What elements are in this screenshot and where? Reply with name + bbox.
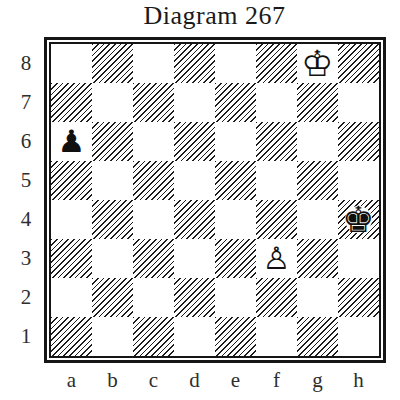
square-g8: ♔ (297, 44, 338, 83)
piece-black-king: ♚ (340, 201, 377, 238)
square-f7 (256, 83, 297, 122)
square-d4 (174, 200, 215, 239)
square-e6 (215, 122, 256, 161)
square-e3 (215, 239, 256, 278)
square-f2 (256, 278, 297, 317)
square-h3 (338, 239, 379, 278)
square-g5 (297, 161, 338, 200)
file-label-g: g (297, 366, 338, 394)
square-h4: ♚ (338, 200, 379, 239)
square-f3: ♙ (256, 239, 297, 278)
file-label-f: f (256, 366, 297, 394)
square-f1 (256, 317, 297, 356)
square-a4 (51, 200, 92, 239)
square-c4 (133, 200, 174, 239)
square-c3 (133, 239, 174, 278)
square-b2 (92, 278, 133, 317)
square-h8 (338, 44, 379, 83)
square-d1 (174, 317, 215, 356)
square-g3 (297, 239, 338, 278)
square-a8 (51, 44, 92, 83)
square-e2 (215, 278, 256, 317)
square-f8 (256, 44, 297, 83)
square-a3 (51, 239, 92, 278)
square-g4 (297, 200, 338, 239)
square-a5 (51, 161, 92, 200)
square-h2 (338, 278, 379, 317)
square-b7 (92, 83, 133, 122)
square-a6: ♟ (51, 122, 92, 161)
square-c7 (133, 83, 174, 122)
square-h5 (338, 161, 379, 200)
rank-label-5: 5 (14, 161, 38, 200)
square-a2 (51, 278, 92, 317)
square-e7 (215, 83, 256, 122)
diagram-title: Diagram 267 (44, 1, 385, 31)
square-d6 (174, 122, 215, 161)
file-label-a: a (51, 366, 92, 394)
square-f4 (256, 200, 297, 239)
square-c2 (133, 278, 174, 317)
square-d7 (174, 83, 215, 122)
diagram-page: Diagram 267 87654321 ♔♟♚♙ abcdefgh (0, 0, 400, 400)
chess-board: ♔♟♚♙ (44, 37, 386, 363)
square-b3 (92, 239, 133, 278)
square-e1 (215, 317, 256, 356)
piece-white-king: ♔ (299, 45, 336, 82)
square-e5 (215, 161, 256, 200)
rank-label-1: 1 (14, 317, 38, 356)
piece-black-pawn: ♟ (53, 123, 90, 160)
file-label-b: b (92, 366, 133, 394)
square-b4 (92, 200, 133, 239)
square-c6 (133, 122, 174, 161)
square-h6 (338, 122, 379, 161)
square-f5 (256, 161, 297, 200)
square-a1 (51, 317, 92, 356)
square-f6 (256, 122, 297, 161)
piece-white-pawn: ♙ (258, 240, 295, 277)
rank-label-3: 3 (14, 239, 38, 278)
rank-label-4: 4 (14, 200, 38, 239)
file-label-h: h (338, 366, 379, 394)
square-g6 (297, 122, 338, 161)
square-h7 (338, 83, 379, 122)
square-b6 (92, 122, 133, 161)
square-d3 (174, 239, 215, 278)
square-b8 (92, 44, 133, 83)
square-g7 (297, 83, 338, 122)
file-labels: abcdefgh (51, 366, 379, 394)
square-d2 (174, 278, 215, 317)
square-g1 (297, 317, 338, 356)
chess-board-grid: ♔♟♚♙ (49, 42, 381, 358)
rank-label-6: 6 (14, 122, 38, 161)
square-a7 (51, 83, 92, 122)
square-g2 (297, 278, 338, 317)
square-b5 (92, 161, 133, 200)
square-c8 (133, 44, 174, 83)
square-c1 (133, 317, 174, 356)
file-label-c: c (133, 366, 174, 394)
square-d5 (174, 161, 215, 200)
rank-label-8: 8 (14, 44, 38, 83)
square-h1 (338, 317, 379, 356)
square-b1 (92, 317, 133, 356)
square-d8 (174, 44, 215, 83)
square-e4 (215, 200, 256, 239)
file-label-d: d (174, 366, 215, 394)
square-e8 (215, 44, 256, 83)
rank-labels: 87654321 (14, 44, 38, 356)
square-c5 (133, 161, 174, 200)
rank-label-7: 7 (14, 83, 38, 122)
file-label-e: e (215, 366, 256, 394)
rank-label-2: 2 (14, 278, 38, 317)
